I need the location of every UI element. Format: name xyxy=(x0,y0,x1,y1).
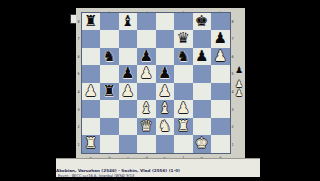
square-d2[interactable]: ♛ xyxy=(137,118,156,136)
square-f5[interactable] xyxy=(174,65,193,83)
square-h3[interactable] xyxy=(211,100,230,118)
square-a3[interactable] xyxy=(82,100,101,118)
square-h8[interactable] xyxy=(211,13,230,31)
rank-label-5: 5 xyxy=(76,65,81,83)
square-h2[interactable] xyxy=(211,118,230,136)
black-pawn-c5[interactable]: ♟ xyxy=(121,65,134,83)
square-f8[interactable] xyxy=(174,13,193,31)
square-a7[interactable] xyxy=(82,30,101,48)
info-line: 96 R09 Next 96. Rxb4 Length: 75 Material… xyxy=(56,171,262,181)
square-f4[interactable] xyxy=(174,83,193,101)
rank-label-6: 6 xyxy=(230,48,235,66)
square-c1[interactable] xyxy=(119,135,138,153)
black-rook-a8[interactable]: ♜ xyxy=(84,13,97,31)
square-g3[interactable] xyxy=(193,100,212,118)
game-caption-strip: Akobian, Varuzhan (2546) - Sachin, Vlad … xyxy=(56,158,260,178)
white-bishop-d3[interactable]: ♝ xyxy=(140,100,153,118)
white-rook-f2[interactable]: ♜ xyxy=(177,118,190,136)
square-d6[interactable]: ♟ xyxy=(137,48,156,66)
square-g6[interactable]: ♟ xyxy=(193,48,212,66)
rank-label-1: 1 xyxy=(76,135,81,153)
black-knight-b6[interactable]: ♞ xyxy=(103,48,116,66)
square-a5[interactable] xyxy=(82,65,101,83)
square-c4[interactable]: ♟ xyxy=(119,83,138,101)
square-a1[interactable]: ♜ xyxy=(82,135,101,153)
square-d5[interactable]: ♟ xyxy=(137,65,156,83)
square-h5[interactable] xyxy=(211,65,230,83)
square-h6[interactable]: ♟ xyxy=(211,48,230,66)
white-pawn-c4[interactable]: ♟ xyxy=(121,83,134,101)
black-king-g8[interactable]: ♚ xyxy=(195,13,208,31)
rank-label-8: 8 xyxy=(230,13,235,31)
square-b3[interactable] xyxy=(100,100,119,118)
chess-app-screenshot: abcdefgh abcdefgh 87654321 87654321 ♜♝♚♛… xyxy=(0,0,320,180)
square-a2[interactable] xyxy=(82,118,101,136)
square-c3[interactable] xyxy=(119,100,138,118)
rank-label-7: 7 xyxy=(76,30,81,48)
square-f3[interactable]: ♟ xyxy=(174,100,193,118)
square-d7[interactable] xyxy=(137,30,156,48)
square-e3[interactable]: ♝ xyxy=(156,100,175,118)
material-black-pawn-icon: ♟ xyxy=(233,66,245,75)
rank-label-2: 2 xyxy=(76,118,81,136)
square-c7[interactable] xyxy=(119,30,138,48)
white-pawn-d5[interactable]: ♟ xyxy=(140,65,153,83)
white-knight-e2[interactable]: ♞ xyxy=(158,118,171,136)
square-b6[interactable]: ♞ xyxy=(100,48,119,66)
white-king-g1[interactable]: ♚ xyxy=(195,135,208,153)
square-c6[interactable] xyxy=(119,48,138,66)
square-d3[interactable]: ♝ xyxy=(137,100,156,118)
square-d8[interactable] xyxy=(137,13,156,31)
square-a6[interactable] xyxy=(82,48,101,66)
square-f6[interactable]: ♞ xyxy=(174,48,193,66)
square-g5[interactable] xyxy=(193,65,212,83)
chess-board[interactable]: ♜♝♚♛♟♞♟♞♟♟♟♟♟♟♜♟♟♝♝♟♛♞♜♜♚ xyxy=(82,13,230,154)
square-g2[interactable] xyxy=(193,118,212,136)
square-e4[interactable]: ♟ xyxy=(156,83,175,101)
white-pawn-a4[interactable]: ♟ xyxy=(84,83,97,101)
square-b7[interactable] xyxy=(100,30,119,48)
rank-labels-left: 87654321 xyxy=(76,13,81,154)
white-queen-d2[interactable]: ♛ xyxy=(140,118,153,136)
square-d4[interactable] xyxy=(137,83,156,101)
black-rook-b4[interactable]: ♜ xyxy=(103,83,116,101)
black-queen-f7[interactable]: ♛ xyxy=(177,30,190,48)
square-b4[interactable]: ♜ xyxy=(100,83,119,101)
board-frame: abcdefgh abcdefgh 87654321 87654321 ♜♝♚♛… xyxy=(76,8,245,158)
square-e6[interactable] xyxy=(156,48,175,66)
square-f7[interactable]: ♛ xyxy=(174,30,193,48)
black-pawn-e5[interactable]: ♟ xyxy=(158,65,171,83)
rank-label-4: 4 xyxy=(76,83,81,101)
square-b2[interactable] xyxy=(100,118,119,136)
square-c2[interactable] xyxy=(119,118,138,136)
black-knight-f6[interactable]: ♞ xyxy=(177,48,190,66)
material-difference-panel: ♟♟♟ xyxy=(233,66,245,112)
white-bishop-e3[interactable]: ♝ xyxy=(158,100,171,118)
white-rook-a1[interactable]: ♜ xyxy=(84,135,97,153)
rank-label-8: 8 xyxy=(76,13,81,31)
square-b8[interactable] xyxy=(100,13,119,31)
square-b5[interactable] xyxy=(100,65,119,83)
material-white-pawn-icon: ♟ xyxy=(233,89,245,98)
square-g1[interactable]: ♚ xyxy=(193,135,212,153)
square-h1[interactable] xyxy=(211,135,230,153)
black-pawn-d6[interactable]: ♟ xyxy=(140,48,153,66)
square-h7[interactable]: ♟ xyxy=(211,30,230,48)
square-f1[interactable] xyxy=(174,135,193,153)
square-g4[interactable] xyxy=(193,83,212,101)
white-pawn-f3[interactable]: ♟ xyxy=(177,100,190,118)
rank-label-7: 7 xyxy=(230,30,235,48)
white-pawn-h6[interactable]: ♟ xyxy=(214,48,227,66)
square-e8[interactable] xyxy=(156,13,175,31)
square-e1[interactable] xyxy=(156,135,175,153)
rank-label-1: 1 xyxy=(230,135,235,153)
square-c5[interactable]: ♟ xyxy=(119,65,138,83)
white-pawn-e4[interactable]: ♟ xyxy=(158,83,171,101)
square-h4[interactable] xyxy=(211,83,230,101)
square-a8[interactable]: ♜ xyxy=(82,13,101,31)
black-bishop-c8[interactable]: ♝ xyxy=(121,13,134,31)
square-e2[interactable]: ♞ xyxy=(156,118,175,136)
square-g8[interactable]: ♚ xyxy=(193,13,212,31)
square-c8[interactable]: ♝ xyxy=(119,13,138,31)
square-b1[interactable] xyxy=(100,135,119,153)
rank-label-6: 6 xyxy=(76,48,81,66)
square-e5[interactable]: ♟ xyxy=(156,65,175,83)
square-f2[interactable]: ♜ xyxy=(174,118,193,136)
rank-label-2: 2 xyxy=(230,118,235,136)
black-pawn-h7[interactable]: ♟ xyxy=(214,30,227,48)
square-d1[interactable] xyxy=(137,135,156,153)
square-e7[interactable] xyxy=(156,30,175,48)
square-a4[interactable]: ♟ xyxy=(82,83,101,101)
black-pawn-g6[interactable]: ♟ xyxy=(195,48,208,66)
square-g7[interactable] xyxy=(193,30,212,48)
rank-label-3: 3 xyxy=(76,100,81,118)
